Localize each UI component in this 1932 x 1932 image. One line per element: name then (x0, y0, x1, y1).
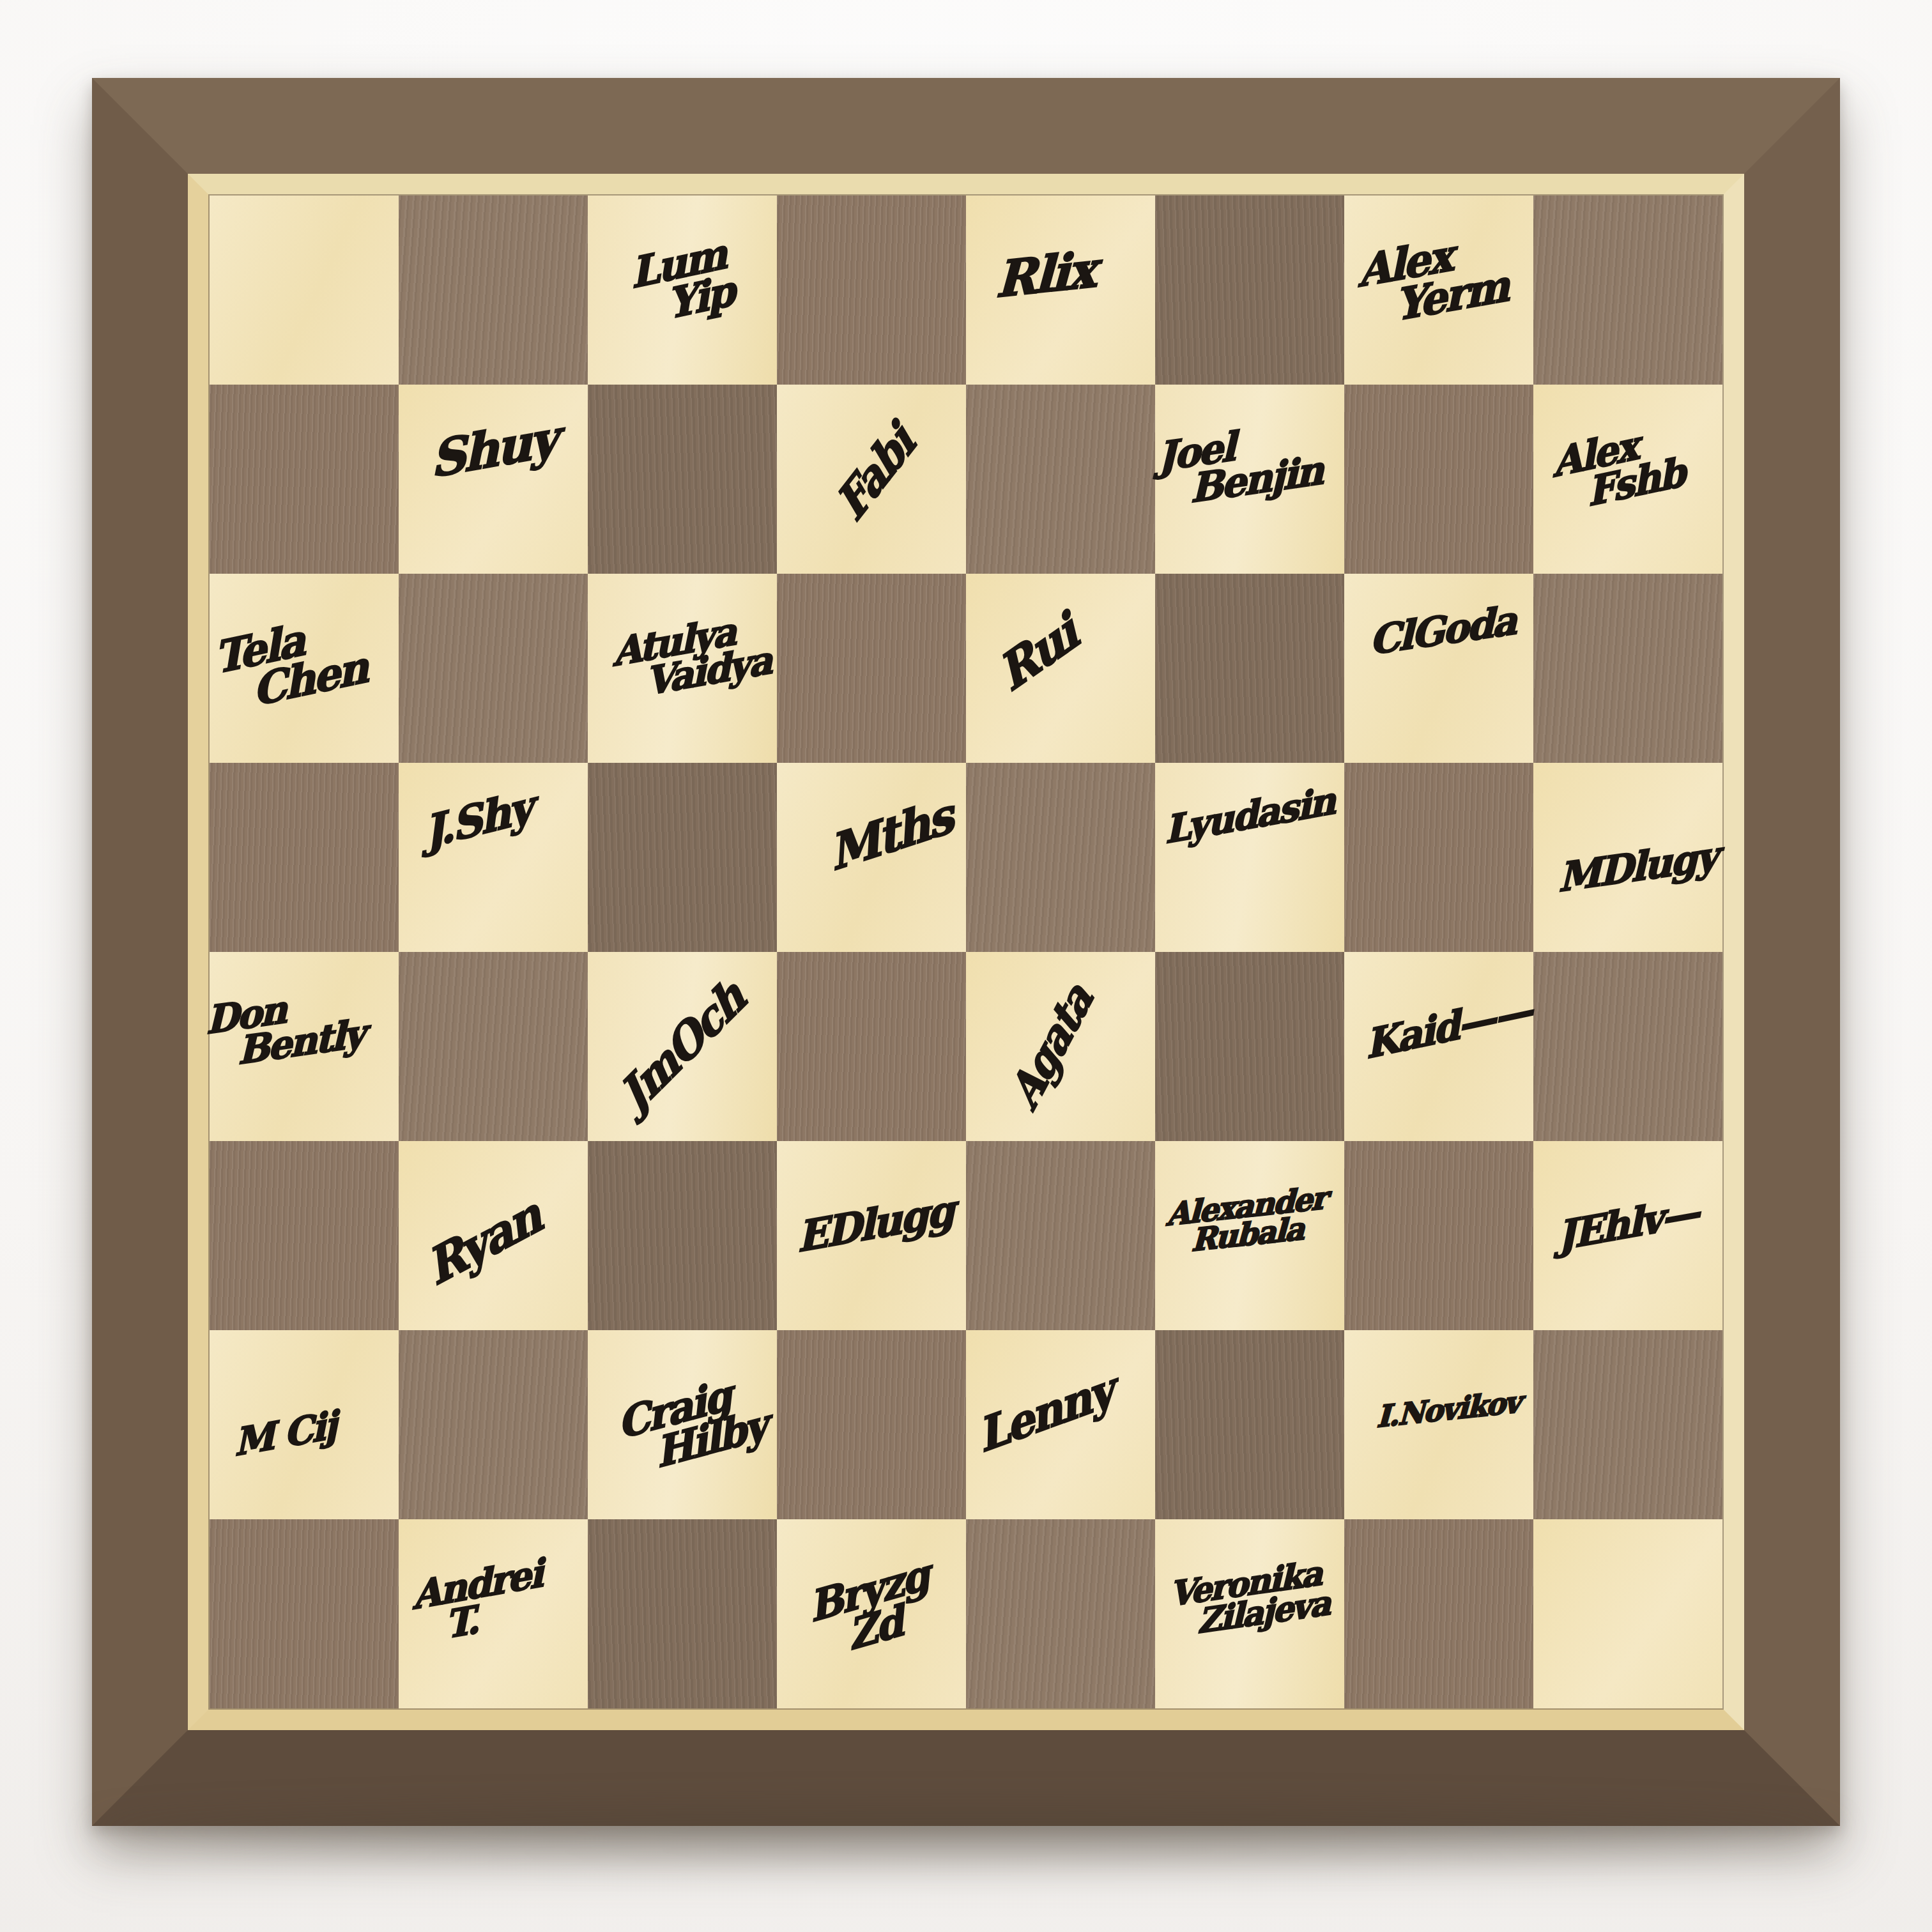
square-a3 (210, 1141, 399, 1330)
signature-line: Fabi (831, 420, 920, 527)
square-b7: Shuy (399, 385, 588, 574)
signature-line: EDlugg (797, 1192, 954, 1257)
square-b4 (399, 952, 588, 1141)
signature-c6: AtulyaVaidya (612, 608, 771, 706)
square-e2: Lenny (966, 1330, 1155, 1519)
square-g3 (1344, 1141, 1533, 1330)
square-c4: JmOch (588, 952, 777, 1141)
square-f8 (1155, 195, 1344, 385)
square-a2: M Cij (210, 1330, 399, 1519)
square-a6: TelaChen (210, 574, 399, 763)
square-f2 (1155, 1330, 1344, 1519)
square-h6 (1533, 574, 1722, 763)
square-d5: Mths (777, 763, 966, 952)
signature-d1: BryzgZd (808, 1556, 936, 1665)
signature-c4: JmOch (614, 974, 750, 1119)
square-h2 (1533, 1330, 1722, 1519)
square-c7 (588, 385, 777, 574)
square-b8 (399, 195, 588, 385)
square-g6: ClGoda (1344, 574, 1533, 763)
square-f3: AlexanderRubala (1155, 1141, 1344, 1330)
square-f5: Lyudasin (1155, 763, 1344, 952)
square-a5 (210, 763, 399, 952)
signature-e8: Rlix (995, 247, 1095, 303)
square-f6 (1155, 574, 1344, 763)
square-d2 (777, 1330, 966, 1519)
square-e8: Rlix (966, 195, 1155, 385)
signature-h3: JEhlv— (1557, 1194, 1698, 1255)
signature-line: J.Shy (423, 786, 533, 852)
square-h4 (1533, 952, 1722, 1141)
square-c3 (588, 1141, 777, 1330)
signature-line: Kaid—— (1365, 992, 1532, 1063)
signature-b7: Shuy (430, 415, 556, 483)
signature-a6: TelaChen (213, 607, 368, 718)
square-c2: CraigHilby (588, 1330, 777, 1519)
square-h5: MDlugy (1533, 763, 1722, 952)
square-g4: Kaid—— (1344, 952, 1533, 1141)
square-a1 (210, 1519, 399, 1708)
board-grid: LumYipRlixAlexYermShuyFabiJoelBenjinAlex… (210, 195, 1722, 1708)
square-c6: AtulyaVaidya (588, 574, 777, 763)
maple-border: LumYipRlixAlexYermShuyFabiJoelBenjinAlex… (188, 174, 1744, 1730)
signature-g6: ClGoda (1370, 602, 1515, 659)
square-d8 (777, 195, 966, 385)
square-e1 (966, 1519, 1155, 1708)
signature-line: Shuy (430, 415, 556, 483)
square-a8 (210, 195, 399, 385)
signature-line: Rui (993, 609, 1083, 697)
square-f7: JoelBenjin (1155, 385, 1344, 574)
signature-line: ClGoda (1370, 602, 1515, 659)
signature-line: Rlix (995, 247, 1095, 303)
signature-f5: Lyudasin (1165, 784, 1335, 848)
signature-a4: DonBently (206, 981, 364, 1073)
signature-a2: M Cij (234, 1408, 336, 1460)
square-a4: DonBently (210, 952, 399, 1141)
signature-line: Agata (1005, 978, 1098, 1115)
square-b3: Ryan (399, 1141, 588, 1330)
square-b1: AndreiT. (399, 1519, 588, 1708)
signature-d5: Mths (826, 793, 954, 876)
signature-line: Lyudasin (1165, 784, 1335, 848)
signature-c2: CraigHilby (616, 1368, 768, 1482)
signature-line: M Cij (234, 1408, 336, 1460)
signature-line: Yip (666, 272, 735, 324)
signature-f7: JoelBenjin (1158, 417, 1322, 512)
signature-e2: Lenny (975, 1369, 1116, 1458)
square-h8 (1533, 195, 1722, 385)
chess-board: LumYipRlixAlexYermShuyFabiJoelBenjinAlex… (92, 78, 1840, 1826)
signature-f1: VeronikaZilajeva (1170, 1556, 1330, 1641)
signature-line: JmOch (614, 974, 750, 1119)
square-e7 (966, 385, 1155, 574)
signature-g4: Kaid—— (1365, 992, 1532, 1063)
signature-d7: Fabi (831, 420, 920, 527)
square-a7 (210, 385, 399, 574)
square-b6 (399, 574, 588, 763)
square-f4 (1155, 952, 1344, 1141)
signature-b3: Ryan (422, 1192, 546, 1291)
signature-h7: AlexFshb (1552, 418, 1685, 517)
photo-background: LumYipRlixAlexYermShuyFabiJoelBenjinAlex… (0, 0, 1932, 1932)
square-d3: EDlugg (777, 1141, 966, 1330)
square-g2: I.Novikov (1344, 1330, 1533, 1519)
signature-e4: Agata (1005, 978, 1098, 1115)
signature-f3: AlexanderRubala (1165, 1184, 1326, 1257)
square-c5 (588, 763, 777, 952)
square-e4: Agata (966, 952, 1155, 1141)
signature-e6: Rui (993, 609, 1083, 697)
square-e3 (966, 1141, 1155, 1330)
square-g1 (1344, 1519, 1533, 1708)
square-d4 (777, 952, 966, 1141)
square-e5 (966, 763, 1155, 952)
signature-d3: EDlugg (797, 1192, 954, 1257)
square-h3: JEhlv— (1533, 1141, 1722, 1330)
square-e6: Rui (966, 574, 1155, 763)
square-d1: BryzgZd (777, 1519, 966, 1708)
signature-c8: LumYip (630, 234, 735, 331)
signature-g2: I.Novikov (1376, 1388, 1520, 1430)
signature-h5: MDlugy (1558, 838, 1716, 896)
signature-g8: AlexYerm (1358, 226, 1508, 332)
square-b2 (399, 1330, 588, 1519)
signature-line: JEhlv— (1557, 1194, 1698, 1255)
signature-line: I.Novikov (1376, 1388, 1520, 1430)
square-d7: Fabi (777, 385, 966, 574)
square-g7 (1344, 385, 1533, 574)
square-c1 (588, 1519, 777, 1708)
square-g5 (1344, 763, 1533, 952)
square-f1: VeronikaZilajeva (1155, 1519, 1344, 1708)
square-b5: J.Shy (399, 763, 588, 952)
square-g8: AlexYerm (1344, 195, 1533, 385)
signature-line: Mths (826, 793, 954, 876)
square-h1 (1533, 1519, 1722, 1708)
signature-line: Ryan (422, 1192, 546, 1291)
square-c8: LumYip (588, 195, 777, 385)
signature-b5: J.Shy (423, 786, 533, 852)
signature-line: MDlugy (1558, 838, 1716, 896)
signature-b1: AndreiT. (412, 1556, 544, 1649)
square-h7: AlexFshb (1533, 385, 1722, 574)
signature-line: Lenny (975, 1369, 1116, 1458)
square-d6 (777, 574, 966, 763)
